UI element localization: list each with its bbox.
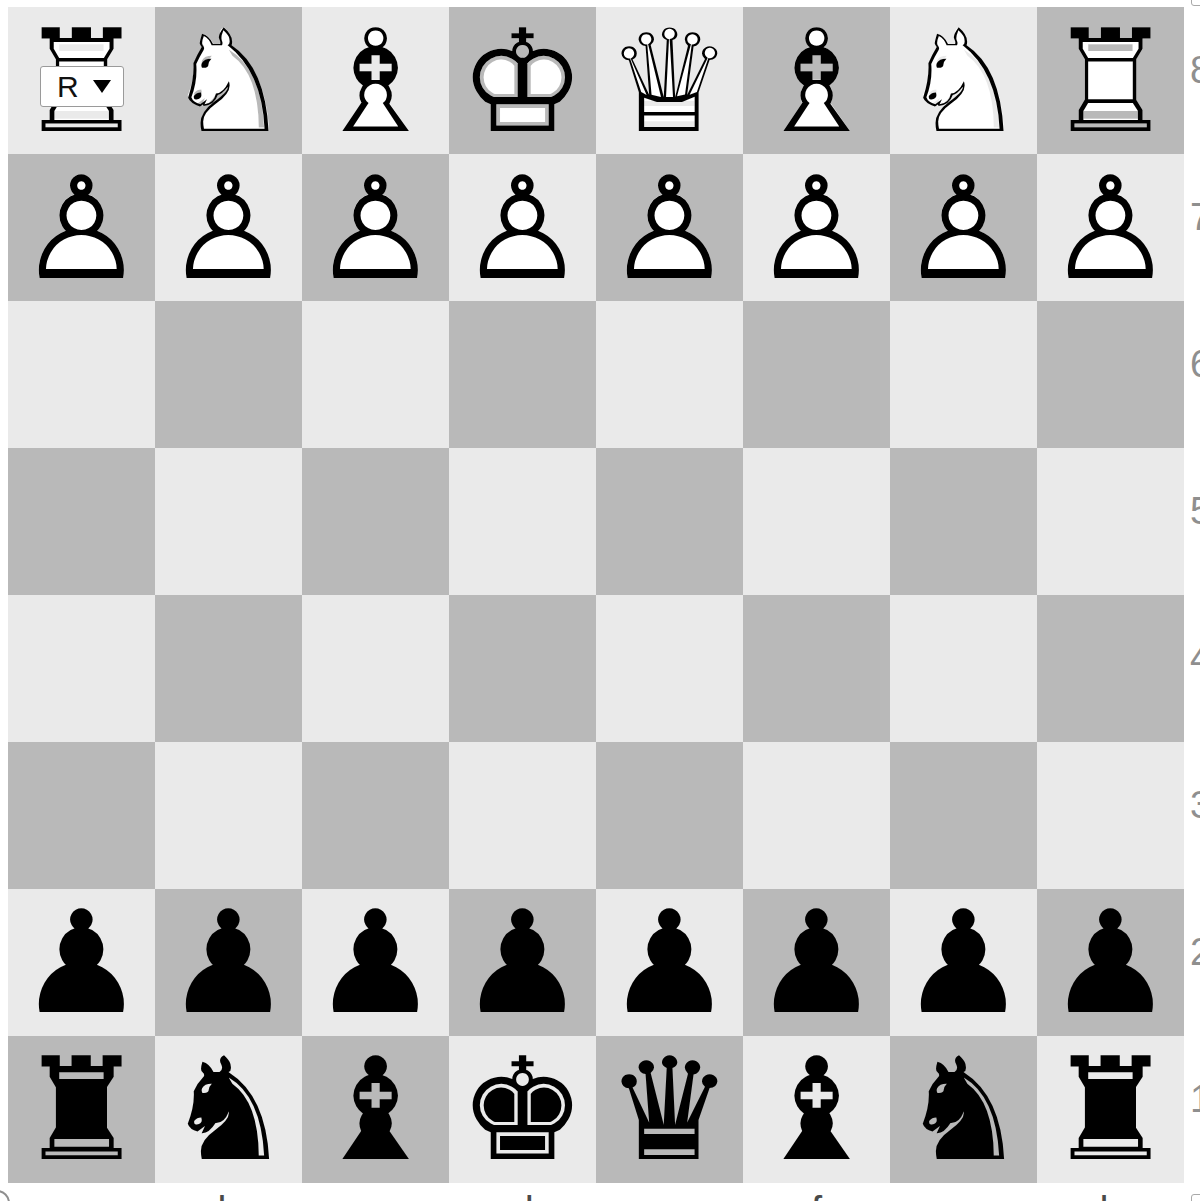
rank-label-2: 2 xyxy=(1190,879,1200,1026)
square-d5[interactable] xyxy=(449,448,596,595)
black-pawn-h2: ♟ xyxy=(1037,889,1184,1036)
file-label-f: f xyxy=(743,1191,890,1201)
square-d7[interactable]: ♟♙ xyxy=(449,154,596,301)
black-pawn-f2: ♟ xyxy=(743,889,890,1036)
rank-label-8: 8 xyxy=(1190,0,1200,144)
square-e1[interactable]: ♛ xyxy=(596,1036,743,1183)
square-b2[interactable]: ♟ xyxy=(155,889,302,1036)
white-pawn-b7: ♟♙ xyxy=(155,154,302,301)
file-label-d: d xyxy=(449,1191,596,1201)
rank-label-5: 5 xyxy=(1190,438,1200,585)
square-a3[interactable] xyxy=(8,742,155,889)
square-h6[interactable] xyxy=(1037,301,1184,448)
square-h7[interactable]: ♟♙ xyxy=(1037,154,1184,301)
square-g5[interactable] xyxy=(890,448,1037,595)
square-c1[interactable]: ♝ xyxy=(302,1036,449,1183)
black-pawn-g2: ♟ xyxy=(890,889,1037,1036)
black-knight-b1: ♞ xyxy=(155,1036,302,1183)
square-c7[interactable]: ♟♙ xyxy=(302,154,449,301)
square-f6[interactable] xyxy=(743,301,890,448)
square-e2[interactable]: ♟ xyxy=(596,889,743,1036)
file-label-h: h xyxy=(1037,1191,1184,1201)
piece-outline: ♕ xyxy=(606,7,733,154)
square-b4[interactable] xyxy=(155,595,302,742)
square-a5[interactable] xyxy=(8,448,155,595)
square-g2[interactable]: ♟ xyxy=(890,889,1037,1036)
square-f2[interactable]: ♟ xyxy=(743,889,890,1036)
square-h5[interactable] xyxy=(1037,448,1184,595)
square-e5[interactable] xyxy=(596,448,743,595)
square-g3[interactable] xyxy=(890,742,1037,889)
black-rook-h1: ♜ xyxy=(1037,1036,1184,1183)
square-a4[interactable] xyxy=(8,595,155,742)
white-king-d8: ♚♔ xyxy=(449,7,596,154)
black-pawn-c2: ♟ xyxy=(302,889,449,1036)
black-pawn-a2: ♟ xyxy=(8,889,155,1036)
cropped-box-bottom-right xyxy=(1191,1194,1200,1201)
square-g7[interactable]: ♟♙ xyxy=(890,154,1037,301)
white-pawn-h7: ♟♙ xyxy=(1037,154,1184,301)
rank-label-3: 3 xyxy=(1190,732,1200,879)
piece-outline: ♙ xyxy=(1047,154,1174,301)
piece-outline: ♖ xyxy=(1047,7,1174,154)
square-b3[interactable] xyxy=(155,742,302,889)
rank-label-1: 1 xyxy=(1190,1026,1200,1173)
square-h2[interactable]: ♟ xyxy=(1037,889,1184,1036)
piece-outline: ♗ xyxy=(753,7,880,154)
white-pawn-c7: ♟♙ xyxy=(302,154,449,301)
square-b6[interactable] xyxy=(155,301,302,448)
white-pawn-d7: ♟♙ xyxy=(449,154,596,301)
piece-select-value: R xyxy=(57,70,79,104)
square-a1[interactable]: ♜ xyxy=(8,1036,155,1183)
file-label-g: g xyxy=(890,1191,1037,1201)
file-label-a: a xyxy=(8,1191,155,1201)
square-c3[interactable] xyxy=(302,742,449,889)
square-e4[interactable] xyxy=(596,595,743,742)
square-g4[interactable] xyxy=(890,595,1037,742)
black-pawn-d2: ♟ xyxy=(449,889,596,1036)
black-bishop-c1: ♝ xyxy=(302,1036,449,1183)
square-b1[interactable]: ♞ xyxy=(155,1036,302,1183)
piece-outline: ♘ xyxy=(165,7,292,154)
square-f5[interactable] xyxy=(743,448,890,595)
square-d6[interactable] xyxy=(449,301,596,448)
piece-outline: ♗ xyxy=(312,7,439,154)
square-c8[interactable]: ♝♗ xyxy=(302,7,449,154)
black-queen-e1: ♛ xyxy=(596,1036,743,1183)
square-b8[interactable]: ♞♘ xyxy=(155,7,302,154)
piece-select-a8[interactable]: R xyxy=(40,66,124,107)
white-bishop-c8: ♝♗ xyxy=(302,7,449,154)
square-c6[interactable] xyxy=(302,301,449,448)
white-bishop-f8: ♝♗ xyxy=(743,7,890,154)
square-f7[interactable]: ♟♙ xyxy=(743,154,890,301)
square-d2[interactable]: ♟ xyxy=(449,889,596,1036)
rank-label-6: 6 xyxy=(1190,291,1200,438)
rank-label-7: 7 xyxy=(1190,144,1200,291)
black-knight-g1: ♞ xyxy=(890,1036,1037,1183)
square-h8[interactable]: ♜♖ xyxy=(1037,7,1184,154)
piece-outline: ♘ xyxy=(900,7,1027,154)
piece-outline: ♙ xyxy=(606,154,733,301)
square-f8[interactable]: ♝♗ xyxy=(743,7,890,154)
file-label-e: e xyxy=(596,1191,743,1201)
piece-outline: ♙ xyxy=(900,154,1027,301)
black-bishop-f1: ♝ xyxy=(743,1036,890,1183)
white-pawn-g7: ♟♙ xyxy=(890,154,1037,301)
square-e3[interactable] xyxy=(596,742,743,889)
file-label-b: b xyxy=(155,1191,302,1201)
file-label-c: c xyxy=(302,1191,449,1201)
white-knight-b8: ♞♘ xyxy=(155,7,302,154)
chevron-down-icon xyxy=(93,80,111,93)
square-d3[interactable] xyxy=(449,742,596,889)
square-f4[interactable] xyxy=(743,595,890,742)
square-b5[interactable] xyxy=(155,448,302,595)
white-rook-h8: ♜♖ xyxy=(1037,7,1184,154)
piece-outline: ♙ xyxy=(459,154,586,301)
black-pawn-b2: ♟ xyxy=(155,889,302,1036)
square-h1[interactable]: ♜ xyxy=(1037,1036,1184,1183)
square-d4[interactable] xyxy=(449,595,596,742)
piece-outline: ♙ xyxy=(165,154,292,301)
square-g8[interactable]: ♞♘ xyxy=(890,7,1037,154)
square-a7[interactable]: ♟♙ xyxy=(8,154,155,301)
square-h3[interactable] xyxy=(1037,742,1184,889)
square-a6[interactable] xyxy=(8,301,155,448)
square-f3[interactable] xyxy=(743,742,890,889)
chess-board: ♜♖♞♘♝♗♚♔♛♕♝♗♞♘♜♖♟♙♟♙♟♙♟♙♟♙♟♙♟♙♟♙♟♟♟♟♟♟♟♟… xyxy=(8,7,1184,1183)
square-e6[interactable] xyxy=(596,301,743,448)
square-c4[interactable] xyxy=(302,595,449,742)
square-g6[interactable] xyxy=(890,301,1037,448)
square-e8[interactable]: ♛♕ xyxy=(596,7,743,154)
square-g1[interactable]: ♞ xyxy=(890,1036,1037,1183)
black-rook-a1: ♜ xyxy=(8,1036,155,1183)
square-b7[interactable]: ♟♙ xyxy=(155,154,302,301)
square-c5[interactable] xyxy=(302,448,449,595)
square-d1[interactable]: ♚ xyxy=(449,1036,596,1183)
square-e7[interactable]: ♟♙ xyxy=(596,154,743,301)
white-pawn-a7: ♟♙ xyxy=(8,154,155,301)
white-pawn-f7: ♟♙ xyxy=(743,154,890,301)
white-queen-e8: ♛♕ xyxy=(596,7,743,154)
white-pawn-e7: ♟♙ xyxy=(596,154,743,301)
square-d8[interactable]: ♚♔ xyxy=(449,7,596,154)
white-knight-g8: ♞♘ xyxy=(890,7,1037,154)
black-king-d1: ♚ xyxy=(449,1036,596,1183)
piece-outline: ♙ xyxy=(312,154,439,301)
square-c2[interactable]: ♟ xyxy=(302,889,449,1036)
square-h4[interactable] xyxy=(1037,595,1184,742)
piece-outline: ♙ xyxy=(753,154,880,301)
black-pawn-e2: ♟ xyxy=(596,889,743,1036)
square-a2[interactable]: ♟ xyxy=(8,889,155,1036)
rank-label-4: 4 xyxy=(1190,585,1200,732)
square-f1[interactable]: ♝ xyxy=(743,1036,890,1183)
piece-outline: ♙ xyxy=(18,154,145,301)
piece-outline: ♔ xyxy=(459,7,586,154)
